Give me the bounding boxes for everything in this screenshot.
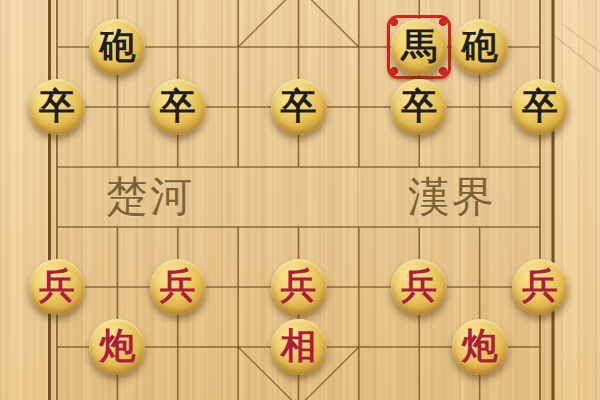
- piece-glyph: 馬: [401, 28, 437, 64]
- piece-black-soldier-2[interactable]: 卒: [150, 79, 206, 135]
- piece-glyph: 兵: [39, 268, 75, 304]
- piece-red-cannon-right[interactable]: 炮: [452, 319, 508, 375]
- piece-red-soldier-5[interactable]: 兵: [512, 259, 568, 315]
- piece-black-horse-moved[interactable]: 馬: [391, 19, 447, 75]
- piece-glyph: 兵: [401, 268, 437, 304]
- piece-glyph: 卒: [160, 88, 196, 124]
- piece-glyph: 卒: [281, 88, 317, 124]
- piece-glyph: 砲: [462, 28, 498, 64]
- piece-black-cannon-left[interactable]: 砲: [89, 19, 145, 75]
- piece-glyph: 兵: [160, 268, 196, 304]
- piece-black-soldier-5[interactable]: 卒: [512, 79, 568, 135]
- piece-glyph: 兵: [522, 268, 558, 304]
- piece-glyph: 卒: [401, 88, 437, 124]
- piece-black-soldier-1[interactable]: 卒: [29, 79, 85, 135]
- river-label-chu-he: 楚河: [106, 169, 194, 225]
- piece-red-cannon-left[interactable]: 炮: [89, 319, 145, 375]
- piece-red-soldier-4[interactable]: 兵: [391, 259, 447, 315]
- piece-red-soldier-2[interactable]: 兵: [150, 259, 206, 315]
- piece-red-elephant-center[interactable]: 相: [271, 319, 327, 375]
- piece-glyph: 卒: [39, 88, 75, 124]
- piece-black-cannon-right[interactable]: 砲: [452, 19, 508, 75]
- piece-red-soldier-1[interactable]: 兵: [29, 259, 85, 315]
- river-label-han-jie: 漢界: [408, 169, 496, 225]
- piece-glyph: 相: [281, 328, 317, 364]
- piece-red-soldier-3[interactable]: 兵: [271, 259, 327, 315]
- piece-glyph: 砲: [99, 28, 135, 64]
- xiangqi-board: 楚河 漢界 砲馬砲卒卒卒卒卒兵兵兵兵兵炮相炮: [0, 0, 600, 400]
- piece-black-soldier-4[interactable]: 卒: [391, 79, 447, 135]
- piece-glyph: 炮: [462, 328, 498, 364]
- piece-glyph: 卒: [522, 88, 558, 124]
- piece-glyph: 兵: [281, 268, 317, 304]
- piece-glyph: 炮: [99, 328, 135, 364]
- piece-black-soldier-3[interactable]: 卒: [271, 79, 327, 135]
